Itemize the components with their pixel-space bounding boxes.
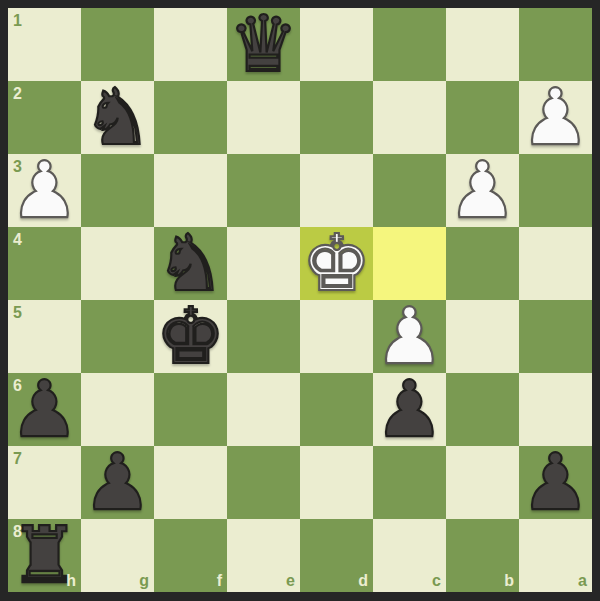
file-label-e: e (286, 573, 295, 589)
rank-label-2: 2 (13, 86, 22, 102)
square-b1[interactable] (446, 8, 519, 81)
white-king-piece[interactable]: ♚ (302, 227, 372, 300)
square-c3[interactable] (373, 154, 446, 227)
square-c4[interactable] (373, 227, 446, 300)
rank-label-4: 4 (13, 232, 22, 248)
square-b3[interactable]: ♟ (446, 154, 519, 227)
square-a6[interactable] (519, 373, 592, 446)
square-c6[interactable]: ♟ (373, 373, 446, 446)
square-a5[interactable] (519, 300, 592, 373)
square-f4[interactable]: ♞ (154, 227, 227, 300)
square-d5[interactable] (300, 300, 373, 373)
square-f3[interactable] (154, 154, 227, 227)
square-b5[interactable] (446, 300, 519, 373)
square-g8[interactable]: g (81, 519, 154, 592)
chess-board: 1♛2♞♟3♟♟4♞♚5♚♟6♟♟7♟♟8h♜gfedcba (8, 8, 592, 592)
rank-label-1: 1 (13, 13, 22, 29)
black-queen-piece[interactable]: ♛ (229, 8, 299, 81)
square-c1[interactable] (373, 8, 446, 81)
square-h1[interactable]: 1 (8, 8, 81, 81)
square-g5[interactable] (81, 300, 154, 373)
square-g3[interactable] (81, 154, 154, 227)
square-c2[interactable] (373, 81, 446, 154)
rank-label-8: 8 (13, 524, 22, 540)
square-b7[interactable] (446, 446, 519, 519)
file-label-g: g (139, 573, 149, 589)
file-label-a: a (578, 573, 587, 589)
white-pawn-piece[interactable]: ♟ (448, 154, 518, 227)
square-a8[interactable]: a (519, 519, 592, 592)
square-f6[interactable] (154, 373, 227, 446)
square-f7[interactable] (154, 446, 227, 519)
square-g7[interactable]: ♟ (81, 446, 154, 519)
file-label-f: f (217, 573, 222, 589)
square-e1[interactable]: ♛ (227, 8, 300, 81)
square-h4[interactable]: 4 (8, 227, 81, 300)
square-c8[interactable]: c (373, 519, 446, 592)
rank-label-7: 7 (13, 451, 22, 467)
black-pawn-piece[interactable]: ♟ (83, 446, 153, 519)
square-e5[interactable] (227, 300, 300, 373)
square-d2[interactable] (300, 81, 373, 154)
square-f8[interactable]: f (154, 519, 227, 592)
square-h5[interactable]: 5 (8, 300, 81, 373)
white-pawn-piece[interactable]: ♟ (375, 300, 445, 373)
square-a2[interactable]: ♟ (519, 81, 592, 154)
board-frame: 1♛2♞♟3♟♟4♞♚5♚♟6♟♟7♟♟8h♜gfedcba (0, 0, 600, 601)
square-b6[interactable] (446, 373, 519, 446)
rank-label-5: 5 (13, 305, 22, 321)
square-h7[interactable]: 7 (8, 446, 81, 519)
square-g2[interactable]: ♞ (81, 81, 154, 154)
square-b2[interactable] (446, 81, 519, 154)
file-label-c: c (432, 573, 441, 589)
square-h3[interactable]: 3♟ (8, 154, 81, 227)
square-f5[interactable]: ♚ (154, 300, 227, 373)
square-g4[interactable] (81, 227, 154, 300)
square-e8[interactable]: e (227, 519, 300, 592)
square-g6[interactable] (81, 373, 154, 446)
square-h2[interactable]: 2 (8, 81, 81, 154)
rank-label-3: 3 (13, 159, 22, 175)
square-h8[interactable]: 8h♜ (8, 519, 81, 592)
square-d4[interactable]: ♚ (300, 227, 373, 300)
square-g1[interactable] (81, 8, 154, 81)
rank-label-6: 6 (13, 378, 22, 394)
black-pawn-piece[interactable]: ♟ (521, 446, 591, 519)
square-a1[interactable] (519, 8, 592, 81)
square-d3[interactable] (300, 154, 373, 227)
square-d7[interactable] (300, 446, 373, 519)
square-e3[interactable] (227, 154, 300, 227)
square-h6[interactable]: 6♟ (8, 373, 81, 446)
square-a7[interactable]: ♟ (519, 446, 592, 519)
file-label-b: b (504, 573, 514, 589)
square-d6[interactable] (300, 373, 373, 446)
square-a4[interactable] (519, 227, 592, 300)
square-e6[interactable] (227, 373, 300, 446)
square-f2[interactable] (154, 81, 227, 154)
file-label-h: h (66, 573, 76, 589)
square-e2[interactable] (227, 81, 300, 154)
black-king-piece[interactable]: ♚ (156, 300, 226, 373)
black-pawn-piece[interactable]: ♟ (375, 373, 445, 446)
square-e7[interactable] (227, 446, 300, 519)
square-d8[interactable]: d (300, 519, 373, 592)
square-b8[interactable]: b (446, 519, 519, 592)
square-a3[interactable] (519, 154, 592, 227)
square-e4[interactable] (227, 227, 300, 300)
black-knight-piece[interactable]: ♞ (156, 227, 226, 300)
square-d1[interactable] (300, 8, 373, 81)
black-knight-piece[interactable]: ♞ (83, 81, 153, 154)
square-b4[interactable] (446, 227, 519, 300)
square-c7[interactable] (373, 446, 446, 519)
file-label-d: d (358, 573, 368, 589)
white-pawn-piece[interactable]: ♟ (521, 81, 591, 154)
square-f1[interactable] (154, 8, 227, 81)
square-c5[interactable]: ♟ (373, 300, 446, 373)
